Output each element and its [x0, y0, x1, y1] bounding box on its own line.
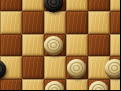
- board-square-dark[interactable]: [88, 34, 110, 57]
- board-square-light[interactable]: [110, 34, 120, 57]
- checker-piece-light[interactable]: [105, 59, 121, 77]
- board-square-dark[interactable]: [22, 56, 44, 79]
- board-square-light[interactable]: [66, 79, 88, 91]
- board-square-dark[interactable]: [22, 11, 44, 34]
- board-square-light[interactable]: [66, 34, 88, 57]
- board-square-dark[interactable]: [66, 11, 88, 34]
- board-square-light[interactable]: [88, 11, 110, 34]
- board-square-dark[interactable]: [0, 0, 22, 11]
- board-square-light[interactable]: [22, 79, 44, 91]
- board-square-light[interactable]: [110, 0, 120, 11]
- checkers-board: [0, 0, 120, 90]
- board-square-light[interactable]: [44, 56, 66, 79]
- board-square-light[interactable]: [22, 0, 44, 11]
- board-square-light[interactable]: [44, 11, 66, 34]
- checker-piece-light[interactable]: [67, 59, 86, 77]
- board-square-light[interactable]: [110, 79, 120, 91]
- board-square-light[interactable]: [22, 34, 44, 57]
- board-square-dark[interactable]: [110, 11, 120, 34]
- board-square-light[interactable]: [66, 0, 88, 11]
- board-square-light[interactable]: [0, 11, 22, 34]
- checker-piece-light[interactable]: [44, 36, 63, 54]
- board-square-dark[interactable]: [0, 79, 22, 91]
- board-square-dark[interactable]: [88, 0, 110, 11]
- board-square-dark[interactable]: [0, 34, 22, 57]
